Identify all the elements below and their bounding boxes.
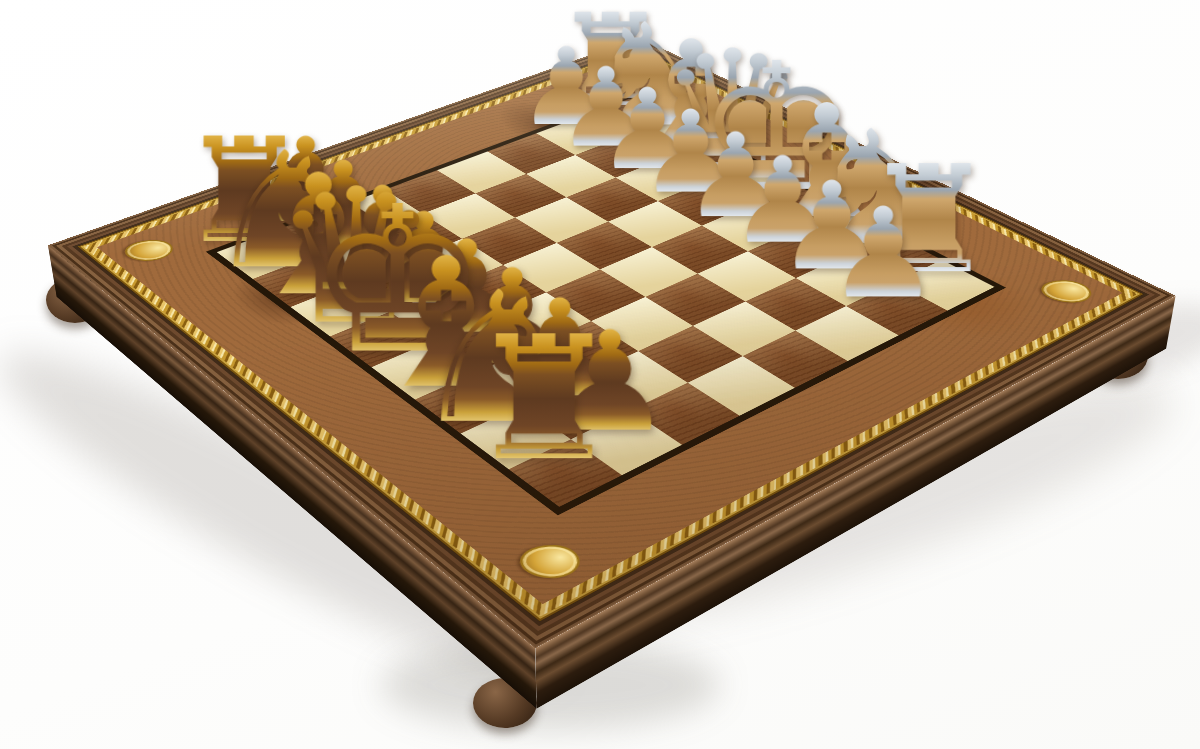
scene: ♜♞♝♛♚♝♞♜♟♟♟♟♟♟♟♟♟♟♟♟♟♟♟♟♜♞♝♛♚♝♞♜ — [0, 0, 1200, 749]
silver-pawn-glyph: ♟ — [784, 191, 981, 316]
chess-board: ♜♞♝♛♚♝♞♜♟♟♟♟♟♟♟♟♟♟♟♟♟♟♟♟♜♞♝♛♚♝♞♜ — [48, 38, 1176, 649]
gold-rook-glyph: ♜ — [432, 313, 656, 484]
